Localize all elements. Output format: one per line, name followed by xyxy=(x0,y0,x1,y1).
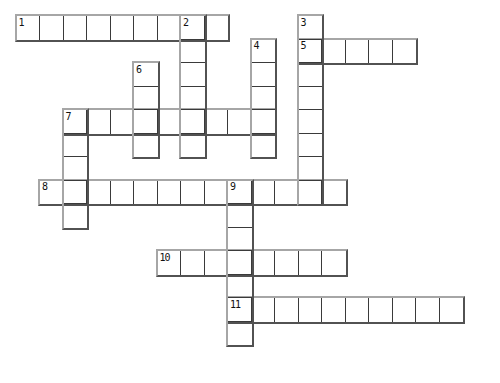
crossword-cell[interactable] xyxy=(87,110,111,134)
crossword-cell[interactable] xyxy=(158,16,182,40)
word-run-4-down xyxy=(250,38,278,160)
crossword-cell[interactable] xyxy=(181,181,205,205)
crossword-cell[interactable] xyxy=(228,251,252,275)
crossword-cell[interactable] xyxy=(252,181,276,205)
word-run-6-down xyxy=(132,61,160,159)
crossword-cell[interactable] xyxy=(393,298,417,322)
word-run-7-down xyxy=(62,108,90,230)
clue-number-8: 8 xyxy=(42,182,47,191)
crossword-cell[interactable] xyxy=(393,40,417,64)
crossword-cell[interactable] xyxy=(299,298,323,322)
crossword-cell[interactable] xyxy=(275,251,299,275)
crossword-cell[interactable] xyxy=(299,110,323,134)
crossword-cell[interactable] xyxy=(64,16,88,40)
word-run-2-down xyxy=(179,14,207,159)
clue-number-6: 6 xyxy=(136,65,141,74)
crossword-cell[interactable] xyxy=(346,298,370,322)
clue-number-7: 7 xyxy=(66,112,71,121)
crossword-cell[interactable] xyxy=(228,275,252,299)
word-run-11-across xyxy=(226,296,465,324)
crossword-cell[interactable] xyxy=(369,40,393,64)
crossword-cell[interactable] xyxy=(111,181,135,205)
crossword-cell[interactable] xyxy=(40,16,64,40)
crossword-cell[interactable] xyxy=(205,110,229,134)
crossword-cell[interactable] xyxy=(111,110,135,134)
crossword-cell[interactable] xyxy=(134,87,158,111)
crossword-cell[interactable] xyxy=(134,181,158,205)
crossword-cell[interactable] xyxy=(181,40,205,64)
clue-number-2: 2 xyxy=(183,18,188,27)
crossword-cell[interactable] xyxy=(252,63,276,87)
crossword-cell[interactable] xyxy=(322,40,346,64)
crossword-cell[interactable] xyxy=(252,134,276,158)
crossword-cell[interactable] xyxy=(322,251,346,275)
clue-number-10: 10 xyxy=(160,253,170,262)
crossword-cell[interactable] xyxy=(275,298,299,322)
clue-number-11: 11 xyxy=(230,300,240,309)
crossword-cell[interactable] xyxy=(205,181,229,205)
crossword-cell[interactable] xyxy=(158,181,182,205)
crossword-cell[interactable] xyxy=(111,16,135,40)
crossword-cell[interactable] xyxy=(416,298,440,322)
crossword-cell[interactable] xyxy=(181,110,205,134)
crossword-cell[interactable] xyxy=(440,298,464,322)
crossword-cell[interactable] xyxy=(64,181,88,205)
crossword-cell[interactable] xyxy=(252,251,276,275)
crossword-cell[interactable] xyxy=(134,16,158,40)
clue-number-9: 9 xyxy=(230,182,235,191)
crossword-cell[interactable] xyxy=(181,251,205,275)
crossword-cell[interactable] xyxy=(181,87,205,111)
crossword-cell[interactable] xyxy=(87,16,111,40)
crossword-cell[interactable] xyxy=(299,181,323,205)
page-background: { "game": "crossword", "state": "empty-g… xyxy=(0,0,500,383)
crossword-cell[interactable] xyxy=(299,251,323,275)
crossword-cell[interactable] xyxy=(322,181,346,205)
crossword-cell[interactable] xyxy=(252,87,276,111)
crossword-cell[interactable] xyxy=(252,298,276,322)
crossword-cell[interactable] xyxy=(228,204,252,228)
crossword-grid: 1234567891011 xyxy=(0,0,500,383)
clue-number-5: 5 xyxy=(301,41,306,50)
crossword-cell[interactable] xyxy=(346,40,370,64)
clue-number-1: 1 xyxy=(19,18,24,27)
crossword-cell[interactable] xyxy=(252,110,276,134)
crossword-cell[interactable] xyxy=(322,298,346,322)
clue-number-3: 3 xyxy=(301,18,306,27)
crossword-cell[interactable] xyxy=(228,322,252,346)
crossword-cell[interactable] xyxy=(299,134,323,158)
word-run-9-down xyxy=(226,179,254,348)
crossword-cell[interactable] xyxy=(299,63,323,87)
crossword-cell[interactable] xyxy=(64,204,88,228)
clue-number-4: 4 xyxy=(254,41,259,50)
crossword-cell[interactable] xyxy=(181,134,205,158)
word-run-7-across xyxy=(62,108,278,136)
crossword-cell[interactable] xyxy=(275,181,299,205)
crossword-cell[interactable] xyxy=(299,157,323,181)
crossword-cell[interactable] xyxy=(228,110,252,134)
crossword-cell[interactable] xyxy=(64,157,88,181)
crossword-cell[interactable] xyxy=(205,16,229,40)
crossword-cell[interactable] xyxy=(134,110,158,134)
crossword-cell[interactable] xyxy=(158,110,182,134)
crossword-cell[interactable] xyxy=(299,87,323,111)
crossword-cell[interactable] xyxy=(369,298,393,322)
crossword-cell[interactable] xyxy=(228,228,252,252)
crossword-cell[interactable] xyxy=(87,181,111,205)
crossword-cell[interactable] xyxy=(205,251,229,275)
crossword-cell[interactable] xyxy=(64,134,88,158)
crossword-cell[interactable] xyxy=(181,63,205,87)
crossword-cell[interactable] xyxy=(134,134,158,158)
